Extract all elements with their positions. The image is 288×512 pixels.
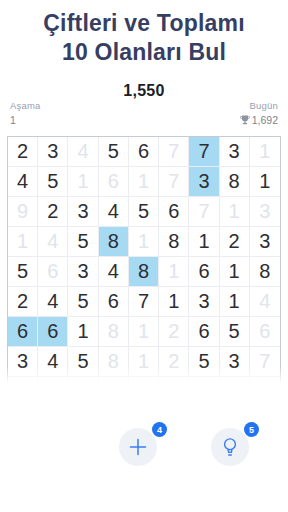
grid-cell-r1c6: 7: [159, 137, 189, 167]
today-best-indicator: Bugün 1,692: [240, 100, 278, 126]
grid-cell-r1c5[interactable]: 6: [129, 137, 159, 167]
grid-cell-r7c7[interactable]: 6: [189, 317, 219, 347]
grid-cell-r5c5[interactable]: 8: [129, 257, 159, 287]
hint-badge: 5: [244, 422, 259, 437]
grid-cell-r2c4: 6: [99, 167, 129, 197]
grid-cell-r3c7: 7: [189, 197, 219, 227]
grid-cell-r6c6[interactable]: 1: [159, 287, 189, 317]
stage-label: Aşama: [10, 100, 41, 111]
grid-cell-r8c1[interactable]: 3: [8, 347, 38, 377]
grid-cell-r6c2[interactable]: 4: [38, 287, 68, 317]
grid-cell-r4c8[interactable]: 2: [220, 227, 250, 257]
grid-cell-r7c8[interactable]: 5: [220, 317, 250, 347]
grid-cell-r4c9[interactable]: 3: [250, 227, 280, 257]
grid-cell-empty: [68, 377, 98, 383]
grid-cell-r3c3[interactable]: 3: [68, 197, 98, 227]
grid-cell-r8c2[interactable]: 4: [38, 347, 68, 377]
grid-cell-r1c1[interactable]: 2: [8, 137, 38, 167]
grid-cell-r7c1[interactable]: 6: [8, 317, 38, 347]
grid-cell-r8c8[interactable]: 3: [220, 347, 250, 377]
grid-cell-r6c9: 4: [250, 287, 280, 317]
grid-cell-r4c1: 1: [8, 227, 38, 257]
grid-cell-r6c8[interactable]: 1: [220, 287, 250, 317]
grid-cell-r3c2[interactable]: 2: [38, 197, 68, 227]
grid-cell-r4c7[interactable]: 1: [189, 227, 219, 257]
grid-cell-empty: [220, 377, 250, 383]
grid-cell-r5c7[interactable]: 6: [189, 257, 219, 287]
grid-cell-r1c7[interactable]: 7: [189, 137, 219, 167]
grid-cell-r7c6: 2: [159, 317, 189, 347]
grid-cell-empty: [250, 377, 280, 383]
stage-value: 1: [10, 114, 41, 126]
stage-indicator: Aşama 1: [10, 100, 41, 126]
hint-button[interactable]: 5: [211, 428, 249, 466]
grid-cell-r5c1[interactable]: 5: [8, 257, 38, 287]
grid-cell-r7c4: 8: [99, 317, 129, 347]
grid-cell-r8c7[interactable]: 5: [189, 347, 219, 377]
trophy-icon: [240, 115, 250, 125]
grid-cell-r3c6[interactable]: 6: [159, 197, 189, 227]
grid-cell-r1c8[interactable]: 3: [220, 137, 250, 167]
add-tiles-button[interactable]: 4: [119, 428, 157, 466]
grid-cell-r2c5: 1: [129, 167, 159, 197]
grid-cell-empty: [38, 377, 68, 383]
grid-cell-r7c3[interactable]: 1: [68, 317, 98, 347]
grid-cell-r3c8: 1: [220, 197, 250, 227]
grid-cell-r2c6: 7: [159, 167, 189, 197]
grid-cell-r4c4[interactable]: 8: [99, 227, 129, 257]
grid-cell-r3c4[interactable]: 4: [99, 197, 129, 227]
grid-cell-r4c3[interactable]: 5: [68, 227, 98, 257]
grid-cell-r1c2[interactable]: 3: [38, 137, 68, 167]
grid-cell-r1c3: 4: [68, 137, 98, 167]
grid-cell-r5c4[interactable]: 4: [99, 257, 129, 287]
add-tiles-badge: 4: [152, 422, 167, 437]
grid-cell-r6c4[interactable]: 6: [99, 287, 129, 317]
grid-cell-r8c4: 8: [99, 347, 129, 377]
current-score: 1,550: [0, 82, 288, 100]
grid-cell-r6c3[interactable]: 5: [68, 287, 98, 317]
grid-cell-empty: [189, 377, 219, 383]
today-value: 1,692: [252, 114, 278, 126]
grid-cell-r5c8[interactable]: 1: [220, 257, 250, 287]
grid-cell-r7c2[interactable]: 6: [38, 317, 68, 347]
game-title: Çiftleri ve Toplamı 10 Olanları Bul: [0, 9, 288, 67]
grid-cell-r6c7[interactable]: 3: [189, 287, 219, 317]
grid-cell-r4c6[interactable]: 8: [159, 227, 189, 257]
grid-cell-r5c3[interactable]: 3: [68, 257, 98, 287]
grid-cell-r8c3[interactable]: 5: [68, 347, 98, 377]
grid-cell-r1c4[interactable]: 5: [99, 137, 129, 167]
grid-cell-r5c9[interactable]: 8: [250, 257, 280, 287]
grid-cell-r2c9[interactable]: 1: [250, 167, 280, 197]
grid-cell-r6c1[interactable]: 2: [8, 287, 38, 317]
plus-icon: [128, 437, 148, 457]
grid-cell-r6c5[interactable]: 7: [129, 287, 159, 317]
grid-cell-r2c7[interactable]: 3: [189, 167, 219, 197]
board-grid: 2345677314516173819234567131458181235634…: [8, 137, 280, 383]
grid-cell-r4c2: 4: [38, 227, 68, 257]
grid-cell-r7c9: 6: [250, 317, 280, 347]
grid-cell-r2c1[interactable]: 4: [8, 167, 38, 197]
grid-cell-r7c5: 1: [129, 317, 159, 347]
grid-cell-empty: [99, 377, 129, 383]
grid-cell-empty: [129, 377, 159, 383]
grid-cell-r2c3: 1: [68, 167, 98, 197]
grid-cell-r3c9: 3: [250, 197, 280, 227]
grid-cell-r2c8[interactable]: 8: [220, 167, 250, 197]
grid-cell-r2c2[interactable]: 5: [38, 167, 68, 197]
game-screen: Çiftleri ve Toplamı 10 Olanları Bul 1,55…: [0, 0, 288, 512]
grid-cell-r1c9: 1: [250, 137, 280, 167]
grid-cell-r5c2: 6: [38, 257, 68, 287]
grid-cell-r8c6: 2: [159, 347, 189, 377]
game-title-line2: 10 Olanları Bul: [0, 38, 288, 67]
grid-cell-empty: [159, 377, 189, 383]
lightbulb-icon: [219, 436, 241, 458]
today-label: Bugün: [240, 100, 278, 111]
game-title-line1: Çiftleri ve Toplamı: [0, 9, 288, 38]
grid-cell-r3c5[interactable]: 5: [129, 197, 159, 227]
grid-cell-r8c9: 7: [250, 347, 280, 377]
grid-cell-r5c6: 1: [159, 257, 189, 287]
grid-cell-r4c5: 1: [129, 227, 159, 257]
grid-cell-r3c1: 9: [8, 197, 38, 227]
grid-cell-r8c5: 1: [129, 347, 159, 377]
number-board: 2345677314516173819234567131458181235634…: [7, 136, 281, 383]
grid-cell-empty: [8, 377, 38, 383]
